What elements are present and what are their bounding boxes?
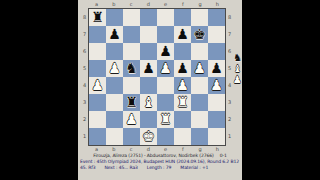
black-king[interactable]: ♚: [191, 26, 208, 43]
file-label: g: [192, 146, 209, 152]
square-b8[interactable]: [106, 9, 123, 26]
square-d1[interactable]: ♚: [140, 128, 157, 145]
file-labels-bottom: abcdefgh: [88, 146, 226, 152]
square-a8[interactable]: ♜: [89, 9, 106, 26]
square-h5[interactable]: ♟: [208, 60, 225, 77]
square-h1[interactable]: [208, 128, 225, 145]
board[interactable]: ♜♟♟♚♟♟♞♟♟♟♟♟♟♟♟♜♝♜♟♜♚: [88, 8, 226, 146]
square-c5[interactable]: ♞: [123, 60, 140, 77]
white-king[interactable]: ♚: [140, 128, 157, 145]
material-count: Material : +1: [180, 165, 208, 170]
white-pawn[interactable]: ♟: [191, 60, 208, 77]
file-label: a: [88, 146, 105, 152]
rank-labels-left: 87654321: [82, 9, 87, 145]
square-h4[interactable]: ♟: [208, 77, 225, 94]
event-line: Event : 45th Olympiad 2024, Budapest HUN…: [78, 159, 242, 164]
square-c8[interactable]: [123, 9, 140, 26]
black-rook[interactable]: ♜: [89, 9, 106, 26]
square-d8[interactable]: [140, 9, 157, 26]
player-names: Firouzja, Alireza (2751) - Abdusattorov,…: [93, 153, 213, 158]
square-g5[interactable]: ♟: [191, 60, 208, 77]
file-label: b: [105, 146, 122, 152]
chess-diagram-panel: abcdefgh 87654321 ♜♟♟♚♟♟♞♟♟♟♟♟♟♟♟♜♝♜♟♜♚ …: [78, 0, 242, 180]
rank-label: 4: [82, 77, 87, 94]
square-h2[interactable]: [208, 111, 225, 128]
square-a4[interactable]: ♟: [89, 77, 106, 94]
square-f5[interactable]: ♟: [174, 60, 191, 77]
file-label: f: [174, 1, 191, 7]
square-b5[interactable]: ♟: [106, 60, 123, 77]
square-b2[interactable]: [106, 111, 123, 128]
rank-label: 6: [82, 43, 87, 60]
square-e6[interactable]: ♟: [157, 43, 174, 60]
square-b1[interactable]: [106, 128, 123, 145]
square-d4[interactable]: [140, 77, 157, 94]
file-label: g: [192, 1, 209, 7]
square-g2[interactable]: [191, 111, 208, 128]
square-e4[interactable]: [157, 77, 174, 94]
file-label: a: [88, 1, 105, 7]
square-f8[interactable]: [174, 9, 191, 26]
square-f4[interactable]: ♟: [174, 77, 191, 94]
rank-label: 7: [82, 26, 87, 43]
square-e7[interactable]: [157, 26, 174, 43]
square-f2[interactable]: [174, 111, 191, 128]
white-rook[interactable]: ♜: [157, 111, 174, 128]
square-e2[interactable]: ♜: [157, 111, 174, 128]
square-c3[interactable]: ♜: [123, 94, 140, 111]
rank-label: 5: [82, 60, 87, 77]
square-b3[interactable]: [106, 94, 123, 111]
file-labels-top: abcdefgh: [88, 1, 226, 7]
square-h3[interactable]: [208, 94, 225, 111]
square-a2[interactable]: [89, 111, 106, 128]
square-c6[interactable]: [123, 43, 140, 60]
rank-label: 2: [82, 111, 87, 128]
game-result: 0-1: [220, 153, 227, 158]
white-pawn[interactable]: ♟: [208, 77, 225, 94]
moves-line: 45. Rf3Next : 45... Ra3Length : 79Materi…: [78, 165, 242, 170]
square-f3[interactable]: ♜: [174, 94, 191, 111]
game-length: Length : 79: [147, 165, 172, 170]
square-b6[interactable]: [106, 43, 123, 60]
square-a6[interactable]: [89, 43, 106, 60]
square-b7[interactable]: ♟: [106, 26, 123, 43]
file-label: h: [209, 1, 226, 7]
square-f7[interactable]: ♟: [174, 26, 191, 43]
black-pawn[interactable]: ♟: [174, 60, 191, 77]
black-pawn[interactable]: ♟: [174, 26, 191, 43]
square-c2[interactable]: ♟: [123, 111, 140, 128]
next-move: Next : 45... Ra3: [104, 165, 137, 170]
square-c7[interactable]: [123, 26, 140, 43]
tray-white-pawn: ♟: [232, 74, 243, 85]
square-g4[interactable]: [191, 77, 208, 94]
file-label: d: [140, 146, 157, 152]
white-rook[interactable]: ♜: [174, 94, 191, 111]
square-e3[interactable]: [157, 94, 174, 111]
white-pawn[interactable]: ♟: [89, 77, 106, 94]
square-h6[interactable]: [208, 43, 225, 60]
square-d3[interactable]: ♝: [140, 94, 157, 111]
black-pawn[interactable]: ♟: [208, 60, 225, 77]
square-a3[interactable]: [89, 94, 106, 111]
rank-label: 3: [227, 94, 232, 111]
white-pawn[interactable]: ♟: [174, 77, 191, 94]
file-label: b: [105, 1, 122, 7]
rank-label: 7: [227, 26, 232, 43]
square-e1[interactable]: [157, 128, 174, 145]
left-letterbox-bar: [0, 0, 78, 180]
square-c1[interactable]: [123, 128, 140, 145]
game-caption: Firouzja, Alireza (2751) - Abdusattorov,…: [78, 153, 242, 170]
square-d2[interactable]: [140, 111, 157, 128]
square-g3[interactable]: [191, 94, 208, 111]
square-g6[interactable]: [191, 43, 208, 60]
black-pawn[interactable]: ♟: [157, 43, 174, 60]
square-g1[interactable]: [191, 128, 208, 145]
square-e8[interactable]: [157, 9, 174, 26]
square-h8[interactable]: [208, 9, 225, 26]
square-f1[interactable]: [174, 128, 191, 145]
square-d7[interactable]: [140, 26, 157, 43]
file-label: f: [174, 146, 191, 152]
right-letterbox-bar: [242, 0, 320, 180]
square-g7[interactable]: ♚: [191, 26, 208, 43]
rank-label: 1: [227, 128, 232, 145]
white-pawn[interactable]: ♟: [106, 60, 123, 77]
square-g8[interactable]: [191, 9, 208, 26]
rank-label: 8: [227, 9, 232, 26]
tray-white-bishop: ♝: [232, 63, 243, 74]
tray-black-knight: ♞: [232, 52, 243, 63]
square-a5[interactable]: [89, 60, 106, 77]
file-label: c: [123, 146, 140, 152]
square-h7[interactable]: [208, 26, 225, 43]
square-c4[interactable]: [123, 77, 140, 94]
rank-label: 2: [227, 111, 232, 128]
white-bishop[interactable]: ♝: [140, 94, 157, 111]
video-frame: abcdefgh 87654321 ♜♟♟♚♟♟♞♟♟♟♟♟♟♟♟♜♝♜♟♜♚ …: [0, 0, 320, 180]
file-label: h: [209, 146, 226, 152]
square-d5[interactable]: ♟: [140, 60, 157, 77]
file-label: d: [140, 1, 157, 7]
material-balance-tray: ♞♝♟: [232, 52, 243, 85]
file-label: e: [157, 146, 174, 152]
black-pawn[interactable]: ♟: [106, 26, 123, 43]
square-b4[interactable]: [106, 77, 123, 94]
square-f6[interactable]: [174, 43, 191, 60]
file-label: c: [123, 1, 140, 7]
white-pawn[interactable]: ♟: [157, 60, 174, 77]
square-a7[interactable]: [89, 26, 106, 43]
square-e5[interactable]: ♟: [157, 60, 174, 77]
rank-label: 8: [82, 9, 87, 26]
black-knight[interactable]: ♞: [123, 60, 140, 77]
move-played: 45. Rf3: [80, 165, 95, 170]
black-rook[interactable]: ♜: [123, 94, 140, 111]
file-label: e: [157, 1, 174, 7]
square-d6[interactable]: [140, 43, 157, 60]
white-pawn[interactable]: ♟: [123, 111, 140, 128]
square-a1[interactable]: [89, 128, 106, 145]
rank-label: 3: [82, 94, 87, 111]
rank-label: 1: [82, 128, 87, 145]
players-line: Firouzja, Alireza (2751) - Abdusattorov,…: [78, 153, 242, 158]
black-pawn[interactable]: ♟: [140, 60, 157, 77]
